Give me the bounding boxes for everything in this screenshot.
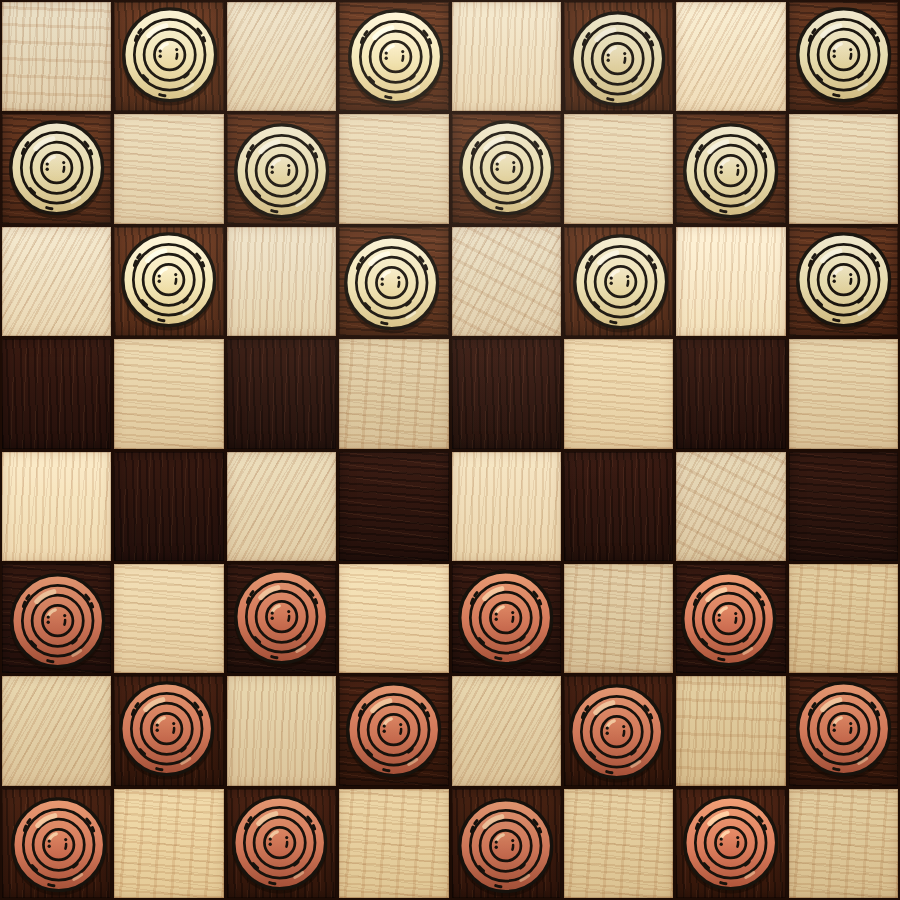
square-r8c8 [789, 789, 898, 898]
square-r1c2[interactable] [114, 2, 223, 111]
square-r8c7[interactable] [676, 789, 785, 898]
red-checker[interactable] [339, 676, 448, 784]
square-r1c7 [676, 2, 785, 111]
red-checker[interactable] [676, 789, 785, 897]
square-r7c3 [227, 676, 336, 785]
cream-checker[interactable] [227, 116, 336, 223]
red-checker[interactable] [452, 791, 560, 898]
square-r1c8[interactable] [789, 2, 898, 111]
square-r5c3 [227, 452, 336, 561]
square-r6c1[interactable] [2, 564, 111, 673]
square-r2c7[interactable] [676, 114, 785, 223]
square-r5c7 [676, 452, 785, 561]
square-r1c3 [227, 2, 336, 111]
cream-checker[interactable] [789, 227, 898, 334]
square-r7c2[interactable] [114, 676, 223, 785]
cream-checker[interactable] [114, 227, 223, 334]
square-r2c1[interactable] [2, 114, 111, 223]
square-r7c7 [676, 676, 785, 785]
square-r6c7[interactable] [676, 564, 785, 673]
square-r8c4 [339, 789, 448, 898]
cream-checker[interactable] [339, 228, 446, 336]
square-r5c1 [2, 452, 111, 561]
red-checker[interactable] [3, 566, 111, 673]
square-r5c5 [452, 452, 561, 561]
square-r3c8[interactable] [789, 227, 898, 336]
cream-checker[interactable] [341, 2, 448, 111]
square-r7c4[interactable] [339, 676, 448, 785]
square-r2c6 [564, 114, 673, 223]
cream-checker[interactable] [2, 114, 111, 222]
cream-checker[interactable] [564, 4, 672, 111]
square-r8c3[interactable] [227, 789, 336, 898]
square-r6c3[interactable] [227, 564, 336, 673]
square-r1c5 [452, 2, 561, 111]
cream-checker[interactable] [676, 116, 785, 223]
red-checker[interactable] [4, 790, 111, 898]
square-r5c4[interactable] [339, 452, 448, 561]
square-r2c8 [789, 114, 898, 223]
square-r5c8[interactable] [789, 452, 898, 561]
square-r6c2 [114, 564, 223, 673]
square-r5c2[interactable] [114, 452, 223, 561]
cream-checker[interactable] [452, 114, 561, 222]
red-checker[interactable] [114, 676, 221, 783]
square-r3c2[interactable] [114, 227, 223, 336]
board-grid [0, 0, 900, 900]
square-r8c5[interactable] [452, 789, 561, 898]
square-r3c3 [227, 227, 336, 336]
square-r7c8[interactable] [789, 676, 898, 785]
square-r6c5[interactable] [452, 564, 561, 673]
square-r7c1 [2, 676, 111, 785]
square-r6c8 [789, 564, 898, 673]
square-r2c3[interactable] [227, 114, 336, 223]
square-r4c5[interactable] [452, 339, 561, 448]
square-r3c5 [452, 227, 561, 336]
square-r3c4[interactable] [339, 227, 448, 336]
square-r5c6[interactable] [564, 452, 673, 561]
square-r4c6 [564, 339, 673, 448]
red-checker[interactable] [227, 789, 334, 897]
square-r1c1 [2, 2, 111, 111]
square-r2c4 [339, 114, 448, 223]
cream-checker[interactable] [566, 227, 673, 336]
square-r4c7[interactable] [676, 339, 785, 448]
square-r2c2 [114, 114, 223, 223]
red-checker[interactable] [564, 677, 671, 785]
square-r4c4 [339, 339, 448, 448]
cream-checker[interactable] [789, 2, 898, 109]
red-checker[interactable] [452, 564, 560, 672]
square-r4c8 [789, 339, 898, 448]
red-checker[interactable] [227, 564, 336, 671]
checkers-board [0, 0, 900, 900]
square-r8c6 [564, 789, 673, 898]
cream-checker[interactable] [115, 2, 223, 109]
square-r2c5[interactable] [452, 114, 561, 223]
square-r1c4[interactable] [339, 2, 448, 111]
square-r6c4 [339, 564, 448, 673]
square-r6c6 [564, 564, 673, 673]
square-r4c3[interactable] [227, 339, 336, 448]
square-r3c1 [2, 227, 111, 336]
square-r3c6[interactable] [564, 227, 673, 336]
square-r4c1[interactable] [2, 339, 111, 448]
square-r3c7 [676, 227, 785, 336]
square-r8c2 [114, 789, 223, 898]
square-r7c6[interactable] [564, 676, 673, 785]
square-r7c5 [452, 676, 561, 785]
red-checker[interactable] [676, 564, 783, 673]
red-checker[interactable] [789, 676, 898, 783]
square-r4c2 [114, 339, 223, 448]
square-r8c1[interactable] [2, 789, 111, 898]
square-r1c6[interactable] [564, 2, 673, 111]
